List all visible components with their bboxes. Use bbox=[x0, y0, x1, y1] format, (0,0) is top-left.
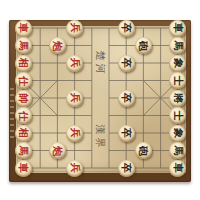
piece-character: 象 bbox=[173, 58, 183, 68]
piece-black-cannon[interactable]: 砲 bbox=[135, 142, 152, 159]
piece-black-chariot[interactable]: 車 bbox=[169, 20, 186, 37]
piece-character: 卒 bbox=[121, 58, 131, 68]
piece-character: 卒 bbox=[121, 128, 131, 138]
piece-black-advisor[interactable]: 士 bbox=[169, 107, 186, 124]
piece-black-soldier[interactable]: 卒 bbox=[118, 125, 135, 142]
piece-character: 士 bbox=[173, 76, 183, 86]
piece-character: 馬 bbox=[18, 41, 28, 51]
piece-black-elephant[interactable]: 象 bbox=[169, 55, 186, 72]
piece-character: 相 bbox=[18, 128, 28, 138]
screenshot-canvas: 楚 河 漢 界 車馬相仕帥仕相馬車炮炮兵兵兵兵兵車馬象士將士象馬車砲砲卒卒卒卒卒 bbox=[0, 0, 200, 200]
xiangqi-board-frame: 楚 河 漢 界 車馬相仕帥仕相馬車炮炮兵兵兵兵兵車馬象士將士象馬車砲砲卒卒卒卒卒 bbox=[9, 20, 191, 182]
piece-character: 砲 bbox=[138, 41, 148, 51]
piece-character: 車 bbox=[18, 163, 28, 173]
piece-black-soldier[interactable]: 卒 bbox=[118, 90, 135, 107]
piece-black-chariot[interactable]: 車 bbox=[169, 160, 186, 177]
frame-carving-decoration bbox=[10, 88, 14, 140]
piece-character: 卒 bbox=[121, 93, 131, 103]
piece-character: 車 bbox=[18, 23, 28, 33]
piece-red-horse[interactable]: 馬 bbox=[15, 142, 32, 159]
piece-character: 炮 bbox=[52, 146, 62, 156]
piece-character: 仕 bbox=[18, 76, 28, 86]
piece-character: 卒 bbox=[121, 23, 131, 33]
piece-red-chariot[interactable]: 車 bbox=[15, 160, 32, 177]
piece-character: 車 bbox=[173, 23, 183, 33]
piece-red-chariot[interactable]: 車 bbox=[15, 20, 32, 37]
piece-character: 相 bbox=[18, 58, 28, 68]
piece-red-horse[interactable]: 馬 bbox=[15, 37, 32, 54]
piece-black-horse[interactable]: 馬 bbox=[169, 142, 186, 159]
piece-character: 炮 bbox=[52, 41, 62, 51]
piece-character: 砲 bbox=[138, 146, 148, 156]
piece-red-soldier[interactable]: 兵 bbox=[66, 125, 83, 142]
piece-red-elephant[interactable]: 相 bbox=[15, 55, 32, 72]
piece-red-advisor[interactable]: 仕 bbox=[15, 72, 32, 89]
piece-black-horse[interactable]: 馬 bbox=[169, 37, 186, 54]
piece-red-elephant[interactable]: 相 bbox=[15, 125, 32, 142]
piece-layer: 車馬相仕帥仕相馬車炮炮兵兵兵兵兵車馬象士將士象馬車砲砲卒卒卒卒卒 bbox=[14, 19, 186, 177]
piece-character: 帥 bbox=[18, 93, 28, 103]
piece-character: 兵 bbox=[70, 58, 80, 68]
piece-black-soldier[interactable]: 卒 bbox=[118, 160, 135, 177]
piece-black-soldier[interactable]: 卒 bbox=[118, 55, 135, 72]
piece-red-soldier[interactable]: 兵 bbox=[66, 55, 83, 72]
piece-character: 仕 bbox=[18, 111, 28, 121]
piece-red-cannon[interactable]: 炮 bbox=[49, 37, 66, 54]
piece-character: 士 bbox=[173, 111, 183, 121]
piece-black-cannon[interactable]: 砲 bbox=[135, 37, 152, 54]
piece-character: 馬 bbox=[173, 41, 183, 51]
piece-character: 卒 bbox=[121, 163, 131, 173]
piece-red-soldier[interactable]: 兵 bbox=[66, 90, 83, 107]
piece-black-general[interactable]: 將 bbox=[169, 90, 186, 107]
piece-black-advisor[interactable]: 士 bbox=[169, 72, 186, 89]
xiangqi-board[interactable]: 楚 河 漢 界 車馬相仕帥仕相馬車炮炮兵兵兵兵兵車馬象士將士象馬車砲砲卒卒卒卒卒 bbox=[16, 26, 186, 173]
piece-red-advisor[interactable]: 仕 bbox=[15, 107, 32, 124]
piece-character: 兵 bbox=[70, 23, 80, 33]
piece-character: 兵 bbox=[70, 163, 80, 173]
piece-character: 兵 bbox=[70, 128, 80, 138]
piece-character: 象 bbox=[173, 128, 183, 138]
piece-black-elephant[interactable]: 象 bbox=[169, 125, 186, 142]
piece-character: 馬 bbox=[173, 146, 183, 156]
piece-character: 將 bbox=[173, 93, 183, 103]
piece-character: 車 bbox=[173, 163, 183, 173]
piece-red-cannon[interactable]: 炮 bbox=[49, 142, 66, 159]
piece-character: 兵 bbox=[70, 93, 80, 103]
piece-black-soldier[interactable]: 卒 bbox=[118, 20, 135, 37]
piece-character: 馬 bbox=[18, 146, 28, 156]
piece-red-soldier[interactable]: 兵 bbox=[66, 20, 83, 37]
piece-red-general[interactable]: 帥 bbox=[15, 90, 32, 107]
piece-red-soldier[interactable]: 兵 bbox=[66, 160, 83, 177]
